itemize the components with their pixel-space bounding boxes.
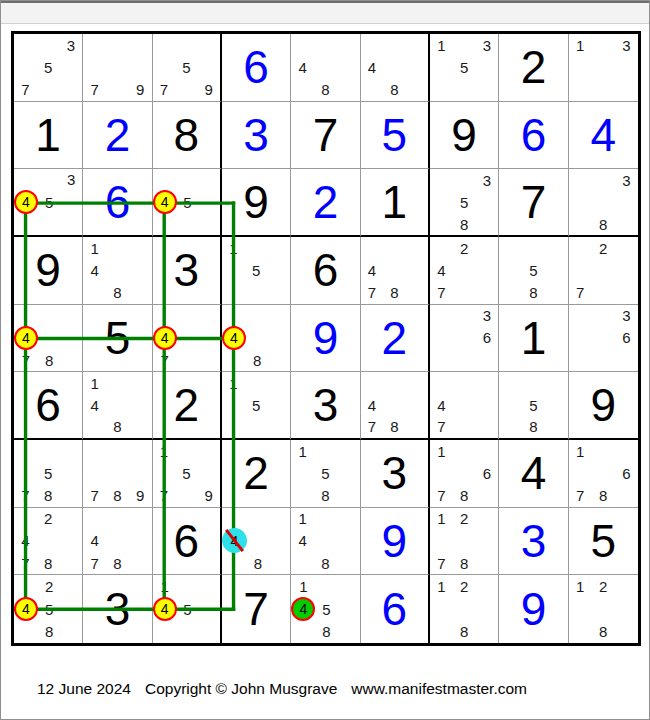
cell-r7c5[interactable]: 158	[291, 440, 360, 508]
candidate-9	[129, 416, 152, 438]
candidate-3	[198, 34, 220, 56]
candidate-8: 8	[314, 78, 337, 100]
cell-r3c7[interactable]: 358	[430, 169, 499, 237]
candidate-8: 8	[38, 350, 60, 371]
cell-r5c6[interactable]: 2	[361, 305, 430, 373]
chain-node-marker: 4	[222, 326, 246, 350]
cell-r1c2[interactable]: 79	[83, 34, 152, 102]
top-strip	[1, 1, 649, 24]
candidate-6	[615, 598, 638, 621]
candidate-8	[175, 484, 197, 506]
cell-r8c7[interactable]: 1278	[430, 508, 499, 576]
candidate-3: 3	[476, 305, 499, 327]
cell-r5c5[interactable]: 9	[291, 305, 360, 373]
candidate-2	[453, 372, 476, 394]
given-digit: 2	[153, 372, 220, 438]
candidate-4	[430, 462, 453, 484]
cell-r5c7[interactable]: 36	[430, 305, 499, 373]
cell-r3c9[interactable]: 38	[569, 169, 638, 237]
candidate-9	[60, 552, 83, 574]
cell-r7c4[interactable]: 2	[222, 440, 291, 508]
candidate-4	[83, 56, 106, 78]
cell-r9c9[interactable]: 128	[569, 575, 638, 643]
candidate-3	[129, 34, 152, 56]
cell-r2c9[interactable]: 4	[569, 102, 638, 170]
cell-r8c5[interactable]: 148	[291, 508, 360, 576]
cell-r8c1[interactable]: 2478	[14, 508, 83, 576]
candidate-5	[592, 259, 615, 281]
solved-digit: 9	[499, 575, 567, 643]
candidate-7	[430, 349, 453, 371]
candidate-6	[337, 530, 360, 552]
cell-r9c8[interactable]: 9	[499, 575, 568, 643]
candidate-grid: 15	[222, 372, 290, 438]
candidate-8	[592, 78, 615, 100]
candidate-6: 6	[476, 462, 499, 484]
cell-r9c5[interactable]: 1458	[291, 575, 360, 643]
cell-r9c1[interactable]: 2458	[14, 575, 83, 643]
solved-digit: 2	[291, 169, 359, 235]
cell-r1c3[interactable]: 579	[153, 34, 222, 102]
candidate-8	[175, 78, 197, 100]
candidate-9	[615, 78, 638, 100]
cell-r6c2[interactable]: 148	[83, 372, 152, 440]
candidate-8	[453, 281, 476, 303]
cell-r2c2[interactable]: 2	[83, 102, 152, 170]
candidate-7	[153, 621, 177, 643]
candidate-8	[245, 416, 268, 438]
cell-r1c9[interactable]: 13	[569, 34, 638, 102]
candidate-grid: 58	[499, 237, 567, 304]
solved-digit: 3	[222, 102, 290, 169]
candidate-8: 8	[383, 416, 405, 438]
candidate-8: 8	[453, 552, 476, 574]
candidate-8: 8	[106, 281, 129, 303]
candidate-9	[476, 484, 499, 506]
candidate-3	[198, 575, 220, 597]
cell-r7c8[interactable]: 4	[499, 440, 568, 508]
candidate-grid: 48	[222, 508, 290, 575]
candidate-1	[14, 34, 37, 56]
cell-r9c4[interactable]: 7	[222, 575, 291, 643]
cell-r6c1[interactable]: 6	[14, 372, 83, 440]
cell-r8c4[interactable]: 48	[222, 508, 291, 576]
cell-r3c3[interactable]: 45	[153, 169, 222, 237]
candidate-grid: 79	[83, 34, 151, 101]
candidate-2	[246, 305, 268, 326]
candidate-8: 8	[592, 484, 615, 506]
cell-r4c6[interactable]: 478	[361, 237, 430, 305]
candidate-5: 5	[315, 597, 337, 621]
cell-r6c7[interactable]: 47	[430, 372, 499, 440]
cell-r6c4[interactable]: 15	[222, 372, 291, 440]
candidate-2	[106, 372, 129, 394]
cell-r6c9[interactable]: 9	[569, 372, 638, 440]
candidate-6	[268, 394, 291, 416]
candidate-5	[453, 530, 476, 552]
candidate-7	[222, 281, 245, 303]
candidate-grid: 789	[83, 440, 151, 507]
cell-r7c9[interactable]: 1678	[569, 440, 638, 508]
candidate-2	[314, 34, 337, 56]
candidate-7: 7	[430, 416, 453, 438]
cell-r3c1[interactable]: 345	[14, 169, 83, 237]
cell-r2c6[interactable]: 5	[361, 102, 430, 170]
candidate-grid: 478	[14, 305, 82, 372]
cell-r1c6[interactable]: 48	[361, 34, 430, 102]
candidate-5	[106, 530, 129, 552]
candidate-4: 4	[153, 190, 177, 214]
candidate-6	[406, 56, 428, 78]
candidate-5	[592, 191, 615, 213]
candidate-9	[406, 416, 428, 438]
candidate-1	[83, 34, 106, 56]
candidate-9	[476, 78, 499, 100]
cell-r5c1[interactable]: 478	[14, 305, 83, 373]
cell-r8c6[interactable]: 9	[361, 508, 430, 576]
candidate-3	[406, 237, 428, 259]
candidate-8: 8	[453, 484, 476, 506]
candidate-4: 4	[222, 326, 246, 350]
candidate-9	[615, 349, 638, 371]
cell-r7c6[interactable]: 3	[361, 440, 430, 508]
candidate-4	[430, 530, 453, 552]
candidate-9	[476, 620, 499, 643]
candidate-1	[569, 169, 592, 191]
candidate-9	[198, 350, 220, 371]
candidate-9	[337, 78, 360, 100]
sudoku-board[interactable]: 3577957964848135213128375964345645921358…	[11, 31, 641, 646]
candidate-9	[269, 553, 291, 574]
cell-r4c3[interactable]: 3	[153, 237, 222, 305]
candidate-1: 1	[83, 372, 106, 394]
candidate-3	[337, 575, 359, 597]
cell-r3c5[interactable]: 2	[291, 169, 360, 237]
candidate-1: 1	[569, 440, 592, 462]
candidate-3	[545, 372, 568, 394]
cell-r8c8[interactable]: 3	[499, 508, 568, 576]
chain-node-marker: 4	[14, 597, 38, 621]
candidate-3	[476, 440, 499, 462]
candidate-6	[476, 191, 499, 213]
candidate-7	[499, 281, 522, 303]
candidate-grid: 358	[430, 169, 498, 235]
candidate-4: 4	[83, 259, 106, 281]
candidate-grid: 58	[499, 372, 567, 438]
candidate-1: 1	[153, 440, 175, 462]
cell-r7c1[interactable]: 578	[14, 440, 83, 508]
candidate-8	[245, 281, 268, 303]
candidate-grid: 578	[14, 440, 82, 507]
candidate-6	[60, 326, 82, 350]
candidate-5: 5	[245, 259, 268, 281]
candidate-grid: 48	[361, 34, 428, 101]
candidate-9	[406, 78, 428, 100]
candidate-1: 1	[430, 575, 453, 598]
candidate-5: 5	[453, 56, 476, 78]
cell-r6c3[interactable]: 2	[153, 372, 222, 440]
cell-r4c4[interactable]: 15	[222, 237, 291, 305]
candidate-9	[406, 281, 428, 303]
chain-node-marker: 4	[153, 190, 177, 214]
candidate-8: 8	[315, 621, 337, 643]
candidate-4	[291, 462, 314, 484]
candidate-1	[14, 440, 37, 462]
candidate-3	[60, 575, 82, 597]
candidate-7: 7	[14, 484, 37, 506]
candidate-6	[476, 56, 499, 78]
candidate-8: 8	[37, 552, 60, 574]
given-digit: 9	[430, 102, 498, 169]
candidate-7	[569, 349, 592, 371]
cell-r7c3[interactable]: 1579	[153, 440, 222, 508]
candidate-3: 3	[60, 34, 83, 56]
candidate-3	[615, 440, 638, 462]
given-digit: 6	[291, 237, 359, 304]
candidate-grid: 145	[153, 575, 220, 643]
candidate-7	[361, 78, 383, 100]
candidate-3: 3	[476, 34, 499, 56]
candidate-6	[476, 530, 499, 552]
candidate-2	[592, 34, 615, 56]
candidate-5	[592, 327, 615, 349]
solved-digit: 6	[361, 575, 428, 643]
cell-r5c3[interactable]: 47	[153, 305, 222, 373]
candidate-7	[291, 621, 315, 643]
candidate-7: 7	[83, 78, 106, 100]
candidate-9: 9	[129, 484, 152, 506]
candidate-grid: 478	[361, 372, 428, 438]
cell-r5c4[interactable]: 48	[222, 305, 291, 373]
cell-r6c8[interactable]: 58	[499, 372, 568, 440]
candidate-3	[476, 508, 499, 530]
candidate-7: 7	[430, 281, 453, 303]
candidate-4	[499, 394, 522, 416]
candidate-2	[383, 237, 405, 259]
cell-r8c9[interactable]: 5	[569, 508, 638, 576]
candidate-8	[37, 78, 60, 100]
candidate-5	[314, 56, 337, 78]
cell-r4c7[interactable]: 247	[430, 237, 499, 305]
candidate-4	[569, 259, 592, 281]
cell-r6c6[interactable]: 478	[361, 372, 430, 440]
cell-r5c2[interactable]: 5	[83, 305, 152, 373]
candidate-7: 7	[430, 552, 453, 574]
cell-r6c5[interactable]: 3	[291, 372, 360, 440]
cell-r2c8[interactable]: 6	[499, 102, 568, 170]
candidate-9	[60, 350, 82, 371]
candidate-4	[499, 259, 522, 281]
candidate-grid: 2458	[14, 575, 82, 643]
candidate-2	[383, 372, 405, 394]
candidate-grid: 48	[222, 305, 290, 372]
candidate-3	[129, 508, 152, 530]
cell-r3c4[interactable]: 9	[222, 169, 291, 237]
candidate-7	[14, 214, 38, 235]
cell-r1c7[interactable]: 135	[430, 34, 499, 102]
cell-r2c4[interactable]: 3	[222, 102, 291, 170]
cell-r3c6[interactable]: 1	[361, 169, 430, 237]
given-digit: 6	[153, 508, 220, 575]
solved-digit: 6	[499, 102, 567, 169]
candidate-3	[337, 34, 360, 56]
candidate-6	[60, 530, 83, 552]
candidate-8: 8	[37, 484, 60, 506]
cell-r1c1[interactable]: 357	[14, 34, 83, 102]
candidate-7: 7	[14, 78, 37, 100]
candidate-grid: 47	[430, 372, 498, 438]
candidate-1: 1	[569, 34, 592, 56]
candidate-9	[615, 281, 638, 303]
cell-r3c2[interactable]: 6	[83, 169, 152, 237]
candidate-7	[430, 620, 453, 643]
cell-r4c2[interactable]: 148	[83, 237, 152, 305]
candidate-6	[129, 394, 152, 416]
candidate-7: 7	[153, 350, 177, 371]
candidate-grid: 148	[291, 508, 359, 575]
candidate-1	[153, 305, 177, 326]
candidate-7	[430, 78, 453, 100]
candidate-1	[14, 575, 38, 597]
app-window: 3577957964848135213128375964345645921358…	[0, 0, 650, 720]
candidate-7	[83, 281, 106, 303]
given-digit: 9	[569, 372, 638, 438]
cell-r9c7[interactable]: 128	[430, 575, 499, 643]
candidate-3	[406, 34, 428, 56]
candidate-3	[198, 305, 220, 326]
candidate-grid: 47	[153, 305, 220, 372]
candidate-3	[60, 508, 83, 530]
given-digit: 2	[222, 440, 290, 507]
candidate-4	[430, 56, 453, 78]
candidate-6	[615, 259, 638, 281]
candidate-1	[291, 34, 314, 56]
cell-r2c7[interactable]: 9	[430, 102, 499, 170]
footer-website: www.manifestmaster.com	[351, 680, 527, 698]
cell-r4c8[interactable]: 58	[499, 237, 568, 305]
candidate-grid: 38	[569, 169, 638, 235]
solved-digit: 9	[291, 305, 359, 372]
cell-r8c3[interactable]: 6	[153, 508, 222, 576]
cell-r9c6[interactable]: 6	[361, 575, 430, 643]
candidate-5	[38, 326, 60, 350]
candidate-2	[38, 305, 60, 326]
cell-r9c2[interactable]: 3	[83, 575, 152, 643]
cell-r5c9[interactable]: 36	[569, 305, 638, 373]
given-digit: 9	[14, 237, 82, 304]
cell-r7c7[interactable]: 1678	[430, 440, 499, 508]
candidate-4: 4	[430, 394, 453, 416]
candidate-8: 8	[246, 350, 268, 371]
candidate-2: 2	[453, 508, 476, 530]
candidate-7	[14, 621, 38, 643]
candidate-6: 6	[615, 462, 638, 484]
candidate-9: 9	[198, 484, 220, 506]
cell-r1c8[interactable]: 2	[499, 34, 568, 102]
candidate-1	[430, 237, 453, 259]
cell-r4c5[interactable]: 6	[291, 237, 360, 305]
candidate-4: 4	[83, 530, 106, 552]
candidate-9	[615, 620, 638, 643]
cell-r2c5[interactable]: 7	[291, 102, 360, 170]
candidate-4: 4	[14, 326, 38, 350]
candidate-6	[268, 259, 291, 281]
candidate-4	[569, 327, 592, 349]
candidate-9	[198, 214, 220, 235]
candidate-2	[106, 34, 129, 56]
cell-r3c8[interactable]: 7	[499, 169, 568, 237]
candidate-1: 1	[430, 508, 453, 530]
candidate-2	[453, 169, 476, 191]
cell-r9c3[interactable]: 145	[153, 575, 222, 643]
candidate-2	[315, 575, 337, 597]
candidate-8: 8	[383, 78, 405, 100]
candidate-3	[268, 237, 291, 259]
cell-r5c8[interactable]: 1	[499, 305, 568, 373]
cell-r1c4[interactable]: 6	[222, 34, 291, 102]
given-digit: 4	[499, 440, 567, 507]
candidate-5	[383, 56, 405, 78]
given-digit: 5	[83, 305, 151, 372]
candidate-7	[222, 553, 247, 574]
candidate-2	[314, 508, 337, 530]
candidate-4: 4	[361, 56, 383, 78]
candidate-9: 9	[198, 78, 220, 100]
candidate-grid: 1678	[430, 440, 498, 507]
candidate-grid: 36	[430, 305, 498, 372]
candidate-7	[569, 78, 592, 100]
candidate-9	[268, 416, 291, 438]
given-digit: 3	[83, 575, 151, 643]
candidate-2	[106, 508, 129, 530]
candidate-3	[129, 237, 152, 259]
candidate-5	[383, 259, 405, 281]
candidate-7: 7	[569, 281, 592, 303]
candidate-2	[38, 169, 60, 190]
candidate-2	[177, 305, 199, 326]
chain-node-marker: 4	[153, 326, 177, 350]
candidate-3: 3	[615, 305, 638, 327]
cell-r4c9[interactable]: 27	[569, 237, 638, 305]
candidate-6: 6	[615, 327, 638, 349]
cell-r1c5[interactable]: 48	[291, 34, 360, 102]
solved-digit: 5	[361, 102, 428, 169]
cell-r4c1[interactable]: 9	[14, 237, 83, 305]
cell-r7c2[interactable]: 789	[83, 440, 152, 508]
candidate-7: 7	[83, 484, 106, 506]
candidate-2	[592, 440, 615, 462]
candidate-7: 7	[83, 552, 106, 574]
candidate-3	[337, 440, 360, 462]
candidate-2: 2	[453, 237, 476, 259]
candidate-7: 7	[14, 350, 38, 371]
given-digit: 1	[14, 102, 82, 169]
given-digit: 8	[153, 102, 220, 169]
candidate-3: 3	[476, 169, 499, 191]
cell-r2c3[interactable]: 8	[153, 102, 222, 170]
candidate-3	[268, 305, 290, 326]
chain-node-marker: 4	[14, 326, 38, 350]
candidate-grid: 36	[569, 305, 638, 372]
candidate-2	[453, 305, 476, 327]
cell-r2c1[interactable]: 1	[14, 102, 83, 170]
cell-r8c2[interactable]: 478	[83, 508, 152, 576]
candidate-grid: 13	[569, 34, 638, 101]
candidate-6	[268, 326, 290, 350]
candidate-1	[361, 372, 383, 394]
candidate-1: 1	[291, 440, 314, 462]
footer-date: 12 June 2024	[37, 680, 131, 698]
